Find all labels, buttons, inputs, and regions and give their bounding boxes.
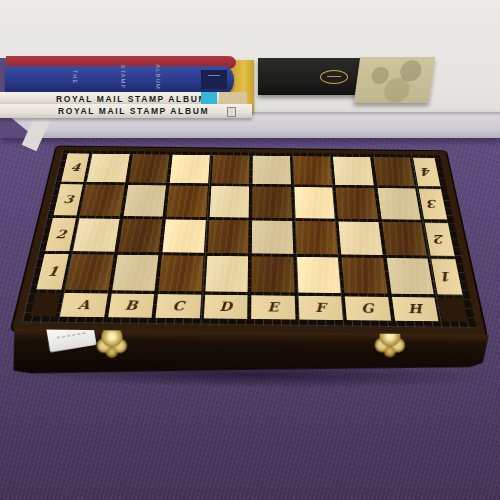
board-corner-left [30,293,60,317]
square-b2 [118,219,163,252]
square-a2 [73,218,119,251]
chess-board-wrap: 44332211ABCDEFGH [12,78,489,336]
rank-label-right-4: 4 [413,158,440,187]
square-g2 [338,221,382,255]
rank-label-left-1: 1 [36,254,68,290]
square-f4 [293,156,332,185]
square-d2 [207,220,248,254]
file-label-c: C [155,294,200,318]
square-e4 [253,156,291,185]
rank-label-right-1: 1 [431,258,462,294]
file-label-b: B [108,294,154,318]
board-corner-right [438,298,468,322]
file-label-g: G [345,296,391,320]
square-e3 [252,187,291,218]
square-c4 [170,155,210,184]
square-h4 [373,157,415,186]
folded-chess-box: 44332211ABCDEFGH [0,0,500,500]
brass-clasp-left-icon [94,328,130,358]
square-b4 [128,154,169,183]
square-f2 [295,221,337,255]
file-label-e: E [251,295,295,319]
square-e2 [252,220,293,254]
rank-label-left-3: 3 [54,184,83,215]
file-label-h: H [391,297,438,321]
rank-label-right-2: 2 [425,222,455,255]
scene: THE STAMP ALBUM ROYAL MAIL STAMP ALBUM R… [0,0,500,500]
square-c2 [162,219,205,253]
square-a4 [87,154,129,183]
square-c3 [166,186,207,217]
square-f3 [294,187,335,218]
square-d1 [205,256,248,292]
square-f1 [297,257,341,293]
square-a1 [65,254,113,290]
square-g3 [336,188,378,219]
square-g1 [341,257,387,293]
square-h3 [377,188,421,219]
square-b1 [112,255,159,291]
square-g4 [333,157,373,186]
square-b3 [123,185,166,216]
chess-board: 44332211ABCDEFGH [12,147,486,336]
square-h1 [386,258,433,294]
rank-label-left-2: 2 [45,218,76,251]
file-label-d: D [203,295,247,319]
square-d3 [209,186,249,217]
rank-label-left-4: 4 [61,153,89,182]
file-label-a: A [60,293,108,317]
square-e1 [251,256,294,292]
square-a3 [80,185,124,216]
square-c1 [158,255,203,291]
rank-label-right-3: 3 [419,189,448,220]
square-d4 [211,155,249,184]
square-h2 [382,222,427,256]
file-label-f: F [298,296,343,320]
